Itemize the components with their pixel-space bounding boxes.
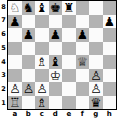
- square-g6[interactable]: [89, 28, 103, 42]
- square-a6[interactable]: [8, 28, 22, 42]
- rank-label-4: 4: [0, 55, 7, 69]
- black-pawn: ♟: [77, 28, 88, 41]
- square-d7[interactable]: [49, 15, 63, 29]
- black-pawn: ♟: [9, 15, 20, 28]
- square-b8[interactable]: ♞: [22, 1, 36, 15]
- black-king: ♚: [50, 1, 61, 14]
- square-d4[interactable]: ♝: [49, 55, 63, 69]
- square-d2[interactable]: [49, 82, 63, 96]
- square-f7[interactable]: [76, 15, 90, 29]
- white-bishop: ♗: [36, 96, 47, 109]
- rank-label-2: 2: [0, 83, 7, 97]
- square-f2[interactable]: [76, 82, 90, 96]
- white-queen: ♕: [77, 55, 88, 68]
- square-e6[interactable]: [62, 28, 76, 42]
- square-c4[interactable]: ♗: [35, 55, 49, 69]
- square-b1[interactable]: [22, 96, 36, 110]
- black-bishop: ♝: [36, 1, 47, 14]
- square-b4[interactable]: [22, 55, 36, 69]
- square-d3[interactable]: ♔: [49, 69, 63, 83]
- square-e5[interactable]: [62, 42, 76, 56]
- rank-label-6: 6: [0, 28, 7, 42]
- file-label-c: c: [35, 110, 49, 119]
- square-c1[interactable]: ♗: [35, 96, 49, 110]
- white-pawn: ♙: [36, 82, 47, 95]
- square-h8[interactable]: [103, 1, 117, 15]
- square-b3[interactable]: [22, 69, 36, 83]
- square-e3[interactable]: [62, 69, 76, 83]
- square-b2[interactable]: ♙: [22, 82, 36, 96]
- black-queen: ♛: [90, 96, 101, 109]
- square-f4[interactable]: ♕: [76, 55, 90, 69]
- black-pawn: ♟: [50, 28, 61, 41]
- file-labels: abcdefgh: [8, 110, 116, 119]
- file-label-g: g: [89, 110, 103, 119]
- file-label-e: e: [62, 110, 76, 119]
- square-c8[interactable]: ♝: [35, 1, 49, 15]
- square-h3[interactable]: [103, 69, 117, 83]
- square-a8[interactable]: ♘: [8, 1, 22, 15]
- square-g7[interactable]: [89, 15, 103, 29]
- white-pawn: ♙: [90, 69, 101, 82]
- square-b7[interactable]: [22, 15, 36, 29]
- square-g1[interactable]: ♛: [89, 96, 103, 110]
- file-label-b: b: [22, 110, 36, 119]
- file-label-d: d: [49, 110, 63, 119]
- square-h1[interactable]: [103, 96, 117, 110]
- square-a3[interactable]: [8, 69, 22, 83]
- white-knight: ♘: [9, 1, 20, 14]
- square-e7[interactable]: [62, 15, 76, 29]
- white-pawn: ♙: [90, 82, 101, 95]
- square-g3[interactable]: ♙: [89, 69, 103, 83]
- white-rook: ♖: [9, 96, 20, 109]
- square-h5[interactable]: [103, 42, 117, 56]
- rank-label-7: 7: [0, 14, 7, 28]
- rank-label-8: 8: [0, 0, 7, 14]
- black-bishop: ♝: [50, 55, 61, 68]
- square-c6[interactable]: [35, 28, 49, 42]
- square-d5[interactable]: [49, 42, 63, 56]
- black-pawn: ♟: [23, 28, 34, 41]
- square-g4[interactable]: [89, 55, 103, 69]
- square-d6[interactable]: ♟: [49, 28, 63, 42]
- file-label-f: f: [76, 110, 90, 119]
- square-c7[interactable]: [35, 15, 49, 29]
- square-a5[interactable]: [8, 42, 22, 56]
- square-e8[interactable]: ♜: [62, 1, 76, 15]
- square-d1[interactable]: [49, 96, 63, 110]
- square-h4[interactable]: [103, 55, 117, 69]
- white-bishop: ♗: [36, 55, 47, 68]
- file-label-h: h: [103, 110, 117, 119]
- square-d8[interactable]: ♚: [49, 1, 63, 15]
- rank-label-5: 5: [0, 41, 7, 55]
- square-h6[interactable]: [103, 28, 117, 42]
- white-king: ♔: [50, 69, 61, 82]
- white-pawn: ♙: [9, 82, 20, 95]
- square-a4[interactable]: [8, 55, 22, 69]
- square-e1[interactable]: [62, 96, 76, 110]
- square-e4[interactable]: [62, 55, 76, 69]
- file-label-a: a: [8, 110, 22, 119]
- square-g8[interactable]: [89, 1, 103, 15]
- white-pawn: ♙: [23, 82, 34, 95]
- square-f5[interactable]: [76, 42, 90, 56]
- square-f3[interactable]: [76, 69, 90, 83]
- square-g5[interactable]: [89, 42, 103, 56]
- rank-label-1: 1: [0, 96, 7, 110]
- square-a2[interactable]: ♙: [8, 82, 22, 96]
- black-knight: ♞: [23, 1, 34, 14]
- square-f6[interactable]: ♟: [76, 28, 90, 42]
- rank-labels: 87654321: [0, 0, 7, 110]
- black-pawn: ♟: [104, 15, 115, 28]
- square-f1[interactable]: [76, 96, 90, 110]
- square-b6[interactable]: ♟: [22, 28, 36, 42]
- chess-board-diagram: 87654321 ♘♞♝♚♜♟♟♟♟♟♗♝♕♔♙♙♙♙♙♖♗♛ abcdefgh: [0, 0, 118, 119]
- square-e2[interactable]: [62, 82, 76, 96]
- rank-label-3: 3: [0, 69, 7, 83]
- square-b5[interactable]: [22, 42, 36, 56]
- chess-board: ♘♞♝♚♜♟♟♟♟♟♗♝♕♔♙♙♙♙♙♖♗♛: [7, 0, 117, 110]
- square-a1[interactable]: ♖: [8, 96, 22, 110]
- square-f8[interactable]: [76, 1, 90, 15]
- black-rook: ♜: [63, 1, 74, 14]
- square-h2[interactable]: [103, 82, 117, 96]
- square-h7[interactable]: ♟: [103, 15, 117, 29]
- square-c5[interactable]: [35, 42, 49, 56]
- square-a7[interactable]: ♟: [8, 15, 22, 29]
- square-c2[interactable]: ♙: [35, 82, 49, 96]
- square-c3[interactable]: [35, 69, 49, 83]
- square-g2[interactable]: ♙: [89, 82, 103, 96]
